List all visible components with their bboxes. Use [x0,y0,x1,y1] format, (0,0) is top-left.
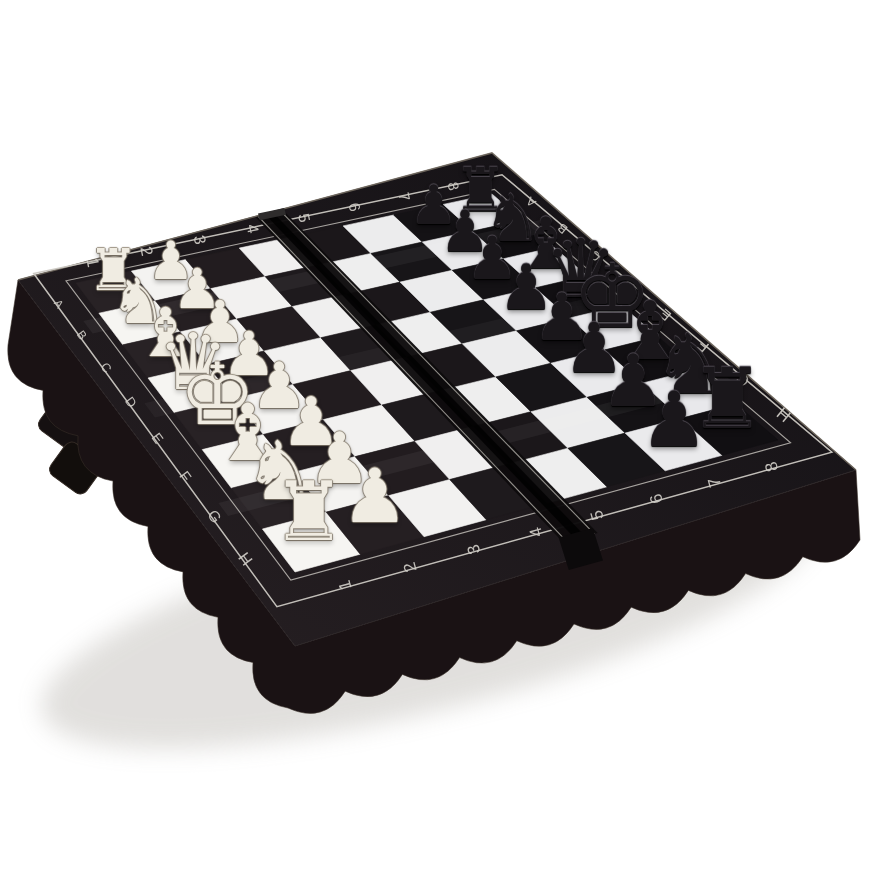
chess-set-photo: AA11BB22CC33DD44EE55FF66GG77HH88 ♜♞♝♛♚♝♞… [0,0,888,888]
chessboard: AA11BB22CC33DD44EE55FF66GG77HH88 [0,0,888,888]
